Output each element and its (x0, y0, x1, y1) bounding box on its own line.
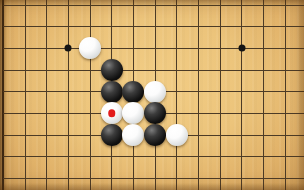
grid-line-horizontal (3, 26, 304, 27)
grid-line-vertical (285, 0, 286, 190)
grid-line-vertical (25, 0, 26, 190)
board-edge-line (2, 0, 4, 190)
black-stone (144, 124, 166, 146)
white-stone (122, 124, 144, 146)
black-stone (144, 102, 166, 124)
grid-line-vertical (220, 0, 221, 190)
white-stone (144, 81, 166, 103)
grid-line-vertical (241, 0, 242, 190)
star-point (65, 45, 72, 52)
grid-line-vertical (176, 0, 177, 190)
grid-line-vertical (198, 0, 199, 190)
black-stone (101, 59, 123, 81)
grid-line-horizontal (3, 5, 304, 6)
black-stone (101, 81, 123, 103)
grid-line-horizontal (3, 48, 304, 49)
white-stone (166, 124, 188, 146)
black-stone (101, 124, 123, 146)
grid-line-vertical (68, 0, 69, 190)
grid-line-vertical (263, 0, 264, 190)
star-point (238, 45, 245, 52)
grid-line-vertical (90, 0, 91, 190)
go-board[interactable] (0, 0, 304, 190)
white-stone (101, 102, 123, 124)
screenshot (0, 0, 304, 190)
black-stone (122, 81, 144, 103)
grid-line-horizontal (3, 178, 304, 179)
grid-line-vertical (46, 0, 47, 190)
last-move-marker (108, 110, 116, 118)
grid-line-horizontal (3, 156, 304, 157)
white-stone (122, 102, 144, 124)
white-stone (79, 37, 101, 59)
grid-line-horizontal (3, 70, 304, 71)
